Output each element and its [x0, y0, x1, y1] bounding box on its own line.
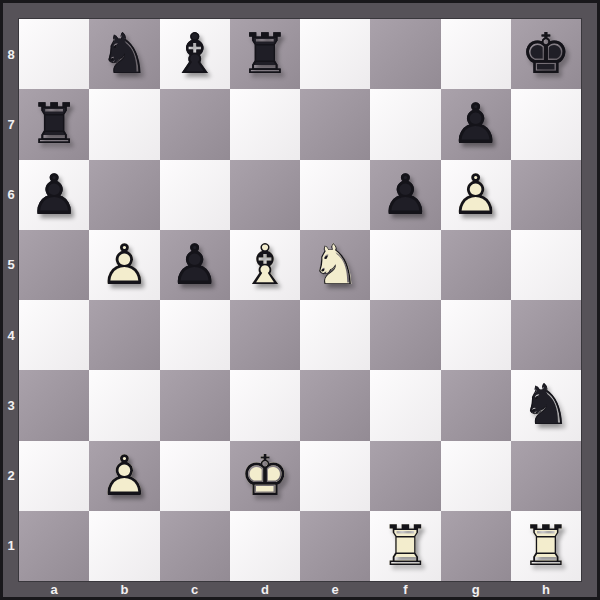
square-f1[interactable]: ♜♖: [370, 511, 440, 581]
square-f4[interactable]: [370, 300, 440, 370]
square-g3[interactable]: [441, 370, 511, 440]
black-pawn-f6[interactable]: ♟♙: [370, 160, 440, 230]
white-bishop-d5[interactable]: ♝♗: [230, 230, 300, 300]
knight-outline-glyph: ♘: [300, 230, 370, 300]
square-f3[interactable]: [370, 370, 440, 440]
file-label-h: h: [511, 581, 581, 597]
pawn-outline-glyph: ♙: [160, 230, 230, 300]
rank-label-7: 7: [3, 89, 19, 159]
rank-label-8: 8: [3, 19, 19, 89]
white-knight-e5[interactable]: ♞♘: [300, 230, 370, 300]
square-c1[interactable]: [160, 511, 230, 581]
black-pawn-c5[interactable]: ♟♙: [160, 230, 230, 300]
square-d3[interactable]: [230, 370, 300, 440]
king-outline-glyph: ♔: [511, 19, 581, 89]
square-c6[interactable]: [160, 160, 230, 230]
square-d2[interactable]: ♚♔: [230, 441, 300, 511]
black-pawn-a6[interactable]: ♟♙: [19, 160, 89, 230]
square-d1[interactable]: [230, 511, 300, 581]
black-bishop-c8[interactable]: ♝♗: [160, 19, 230, 89]
square-f8[interactable]: [370, 19, 440, 89]
black-knight-h3[interactable]: ♞♘: [511, 370, 581, 440]
square-a6[interactable]: ♟♙: [19, 160, 89, 230]
square-d7[interactable]: [230, 89, 300, 159]
rank-label-5: 5: [3, 230, 19, 300]
black-rook-d8[interactable]: ♜♖: [230, 19, 300, 89]
pawn-outline-glyph: ♙: [89, 441, 159, 511]
square-e3[interactable]: [300, 370, 370, 440]
rank-label-3: 3: [3, 370, 19, 440]
square-e7[interactable]: [300, 89, 370, 159]
rank-label-6: 6: [3, 160, 19, 230]
rook-outline-glyph: ♖: [370, 511, 440, 581]
square-a1[interactable]: [19, 511, 89, 581]
bishop-outline-glyph: ♗: [230, 230, 300, 300]
square-e8[interactable]: [300, 19, 370, 89]
square-h2[interactable]: [511, 441, 581, 511]
square-e4[interactable]: [300, 300, 370, 370]
pawn-outline-glyph: ♙: [441, 89, 511, 159]
square-h3[interactable]: ♞♘: [511, 370, 581, 440]
square-f5[interactable]: [370, 230, 440, 300]
white-pawn-g6[interactable]: ♟♙: [441, 160, 511, 230]
square-b6[interactable]: [89, 160, 159, 230]
square-a4[interactable]: [19, 300, 89, 370]
square-b7[interactable]: [89, 89, 159, 159]
square-a3[interactable]: [19, 370, 89, 440]
file-label-e: e: [300, 581, 370, 597]
square-b1[interactable]: [89, 511, 159, 581]
black-knight-b8[interactable]: ♞♘: [89, 19, 159, 89]
square-c4[interactable]: [160, 300, 230, 370]
square-a2[interactable]: [19, 441, 89, 511]
pawn-outline-glyph: ♙: [370, 160, 440, 230]
white-rook-f1[interactable]: ♜♖: [370, 511, 440, 581]
square-g2[interactable]: [441, 441, 511, 511]
square-b8[interactable]: ♞♘: [89, 19, 159, 89]
white-king-d2[interactable]: ♚♔: [230, 441, 300, 511]
square-b3[interactable]: [89, 370, 159, 440]
square-d4[interactable]: [230, 300, 300, 370]
square-g4[interactable]: [441, 300, 511, 370]
square-d6[interactable]: [230, 160, 300, 230]
rook-outline-glyph: ♖: [19, 89, 89, 159]
square-e2[interactable]: [300, 441, 370, 511]
rook-outline-glyph: ♖: [511, 511, 581, 581]
square-c3[interactable]: [160, 370, 230, 440]
file-label-b: b: [89, 581, 159, 597]
square-h5[interactable]: [511, 230, 581, 300]
square-a8[interactable]: [19, 19, 89, 89]
file-label-a: a: [19, 581, 89, 597]
square-g1[interactable]: [441, 511, 511, 581]
square-b5[interactable]: ♟♙: [89, 230, 159, 300]
square-h4[interactable]: [511, 300, 581, 370]
file-label-f: f: [370, 581, 440, 597]
file-labels: abcdefgh: [19, 581, 581, 597]
square-b2[interactable]: ♟♙: [89, 441, 159, 511]
square-e6[interactable]: [300, 160, 370, 230]
square-g7[interactable]: ♟♙: [441, 89, 511, 159]
white-pawn-b5[interactable]: ♟♙: [89, 230, 159, 300]
knight-outline-glyph: ♘: [89, 19, 159, 89]
square-e5[interactable]: ♞♘: [300, 230, 370, 300]
square-c2[interactable]: [160, 441, 230, 511]
chess-board-frame: 87654321 abcdefgh ♞♘♝♗♜♖♚♔♜♖♟♙♟♙♟♙♟♙♟♙♟♙…: [0, 0, 600, 600]
knight-outline-glyph: ♘: [511, 370, 581, 440]
square-g5[interactable]: [441, 230, 511, 300]
pawn-outline-glyph: ♙: [19, 160, 89, 230]
file-label-d: d: [230, 581, 300, 597]
square-h7[interactable]: [511, 89, 581, 159]
square-g8[interactable]: [441, 19, 511, 89]
rank-label-1: 1: [3, 511, 19, 581]
square-c8[interactable]: ♝♗: [160, 19, 230, 89]
white-rook-h1[interactable]: ♜♖: [511, 511, 581, 581]
rank-labels: 87654321: [3, 19, 19, 581]
king-outline-glyph: ♔: [230, 441, 300, 511]
square-a7[interactable]: ♜♖: [19, 89, 89, 159]
chess-board: ♞♘♝♗♜♖♚♔♜♖♟♙♟♙♟♙♟♙♟♙♟♙♝♗♞♘♞♘♟♙♚♔♜♖♜♖: [19, 19, 581, 581]
square-d8[interactable]: ♜♖: [230, 19, 300, 89]
black-king-h8[interactable]: ♚♔: [511, 19, 581, 89]
pawn-outline-glyph: ♙: [441, 160, 511, 230]
black-rook-a7[interactable]: ♜♖: [19, 89, 89, 159]
bishop-outline-glyph: ♗: [160, 19, 230, 89]
rank-label-2: 2: [3, 441, 19, 511]
rank-label-4: 4: [3, 300, 19, 370]
square-h6[interactable]: [511, 160, 581, 230]
rook-outline-glyph: ♖: [230, 19, 300, 89]
square-a5[interactable]: [19, 230, 89, 300]
file-label-g: g: [441, 581, 511, 597]
white-pawn-b2[interactable]: ♟♙: [89, 441, 159, 511]
square-f7[interactable]: [370, 89, 440, 159]
pawn-outline-glyph: ♙: [89, 230, 159, 300]
square-e1[interactable]: [300, 511, 370, 581]
square-h8[interactable]: ♚♔: [511, 19, 581, 89]
square-h1[interactable]: ♜♖: [511, 511, 581, 581]
square-d5[interactable]: ♝♗: [230, 230, 300, 300]
square-g6[interactable]: ♟♙: [441, 160, 511, 230]
square-b4[interactable]: [89, 300, 159, 370]
square-c5[interactable]: ♟♙: [160, 230, 230, 300]
file-label-c: c: [160, 581, 230, 597]
square-f2[interactable]: [370, 441, 440, 511]
black-pawn-g7[interactable]: ♟♙: [441, 89, 511, 159]
square-f6[interactable]: ♟♙: [370, 160, 440, 230]
square-c7[interactable]: [160, 89, 230, 159]
